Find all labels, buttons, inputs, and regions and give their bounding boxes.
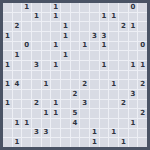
- cell-r11c8[interactable]: [80, 109, 89, 118]
- cell-r14c14[interactable]: [138, 138, 147, 147]
- cell-r2c0[interactable]: [3, 22, 12, 31]
- cell-r6c3-clue-3[interactable]: 3: [32, 61, 41, 70]
- cell-r4c12[interactable]: [119, 42, 128, 51]
- cell-r10c10[interactable]: [100, 100, 109, 109]
- cell-r2c8[interactable]: [80, 22, 89, 31]
- cell-r0c2-clue-1[interactable]: 1: [22, 3, 31, 12]
- cell-r7c6[interactable]: [61, 71, 70, 80]
- cell-r0c13-clue-0[interactable]: 0: [129, 3, 138, 12]
- cell-r6c2[interactable]: [22, 61, 31, 70]
- cell-r1c14[interactable]: [138, 13, 147, 22]
- cell-r8c0-clue-1[interactable]: 1: [3, 80, 12, 89]
- cell-r10c8-clue-3[interactable]: 3: [80, 100, 89, 109]
- cell-r1c6[interactable]: [61, 13, 70, 22]
- cell-r12c12[interactable]: [119, 119, 128, 128]
- cell-r2c13-clue-1[interactable]: 1: [129, 22, 138, 31]
- cell-r6c14-clue-1[interactable]: 1: [138, 61, 147, 70]
- cell-r10c2[interactable]: [22, 100, 31, 109]
- cell-r7c4[interactable]: [42, 71, 51, 80]
- cell-r11c9[interactable]: [90, 109, 99, 118]
- cell-r11c6[interactable]: [61, 109, 70, 118]
- cell-r13c11-clue-1[interactable]: 1: [109, 129, 118, 138]
- cell-r11c7-clue-5[interactable]: 5: [71, 109, 80, 118]
- cell-r6c8[interactable]: [80, 61, 89, 70]
- cell-r4c4[interactable]: [42, 42, 51, 51]
- cell-r0c0[interactable]: [3, 3, 12, 12]
- cell-r8c1-clue-4[interactable]: 4: [13, 80, 22, 89]
- cell-r5c1-clue-1[interactable]: 1: [13, 51, 22, 60]
- cell-r4c2-clue-0[interactable]: 0: [22, 42, 31, 51]
- cell-r12c8[interactable]: [80, 119, 89, 128]
- cell-r2c9[interactable]: [90, 22, 99, 31]
- cell-r2c6-clue-1[interactable]: 1: [61, 22, 70, 31]
- cell-r13c1[interactable]: [13, 129, 22, 138]
- cell-r12c3[interactable]: [32, 119, 41, 128]
- cell-r0c10[interactable]: [100, 3, 109, 12]
- cell-r6c11[interactable]: [109, 61, 118, 70]
- cell-r14c5[interactable]: [51, 138, 60, 147]
- cell-r1c1[interactable]: [13, 13, 22, 22]
- cell-r14c13[interactable]: [129, 138, 138, 147]
- cell-r10c0-clue-1[interactable]: 1: [3, 100, 12, 109]
- cell-r11c10[interactable]: [100, 109, 109, 118]
- cell-r13c14[interactable]: [138, 129, 147, 138]
- cell-r7c14[interactable]: [138, 71, 147, 80]
- cell-r13c3-clue-3[interactable]: 3: [32, 129, 41, 138]
- cell-r14c0[interactable]: [3, 138, 12, 147]
- cell-r7c13[interactable]: [129, 71, 138, 80]
- cell-r10c5-clue-1[interactable]: 1: [51, 100, 60, 109]
- cell-r5c8[interactable]: [80, 51, 89, 60]
- cell-r1c3-clue-1[interactable]: 1: [32, 13, 41, 22]
- cell-r0c11[interactable]: [109, 3, 118, 12]
- cell-r1c5-clue-1[interactable]: 1: [51, 13, 60, 22]
- cell-r10c9[interactable]: [90, 100, 99, 109]
- cell-r0c1[interactable]: [13, 3, 22, 12]
- cell-r3c13[interactable]: [129, 32, 138, 41]
- cell-r13c5[interactable]: [51, 129, 60, 138]
- cell-r8c10[interactable]: [100, 80, 109, 89]
- cell-r5c5[interactable]: [51, 51, 60, 60]
- cell-r0c3[interactable]: [32, 3, 41, 12]
- cell-r1c12[interactable]: [119, 13, 128, 22]
- cell-r0c8[interactable]: [80, 3, 89, 12]
- cell-r7c11[interactable]: [109, 71, 118, 80]
- cell-r4c14-clue-0[interactable]: 0: [138, 42, 147, 51]
- cell-r11c4-clue-1[interactable]: 1: [42, 109, 51, 118]
- cell-r3c6-clue-1[interactable]: 1: [61, 32, 70, 41]
- cell-r1c9[interactable]: [90, 13, 99, 22]
- cell-r5c9[interactable]: [90, 51, 99, 60]
- cell-r10c12-clue-2[interactable]: 2: [119, 100, 128, 109]
- cell-r9c9[interactable]: [90, 90, 99, 99]
- cell-r12c11[interactable]: [109, 119, 118, 128]
- cell-r9c3[interactable]: [32, 90, 41, 99]
- cell-r6c1[interactable]: [13, 61, 22, 70]
- cell-r3c3[interactable]: [32, 32, 41, 41]
- cell-r11c12[interactable]: [119, 109, 128, 118]
- cell-r5c12[interactable]: [119, 51, 128, 60]
- cell-r7c2[interactable]: [22, 71, 31, 80]
- cell-r4c6[interactable]: [61, 42, 70, 51]
- cell-r9c12[interactable]: [119, 90, 128, 99]
- cell-r7c12[interactable]: [119, 71, 128, 80]
- cell-r14c1-clue-1[interactable]: 1: [13, 138, 22, 147]
- cell-r5c14[interactable]: [138, 51, 147, 60]
- cell-r14c6[interactable]: [61, 138, 70, 147]
- cell-r12c5[interactable]: [51, 119, 60, 128]
- cell-r13c8[interactable]: [80, 129, 89, 138]
- cell-r11c14-clue-2[interactable]: 2: [138, 109, 147, 118]
- cell-r3c14[interactable]: [138, 32, 147, 41]
- cell-r12c10[interactable]: [100, 119, 109, 128]
- cell-r4c10-clue-1[interactable]: 1: [100, 42, 109, 51]
- cell-r9c2[interactable]: [22, 90, 31, 99]
- cell-r12c4[interactable]: [42, 119, 51, 128]
- cell-r12c1-clue-1[interactable]: 1: [13, 119, 22, 128]
- cell-r6c5-clue-1[interactable]: 1: [51, 61, 60, 70]
- cell-r3c0-clue-1[interactable]: 1: [3, 32, 12, 41]
- cell-r10c7[interactable]: [71, 100, 80, 109]
- cell-r3c12[interactable]: [119, 32, 128, 41]
- cell-r13c0[interactable]: [3, 129, 12, 138]
- cell-r12c9[interactable]: [90, 119, 99, 128]
- cell-r9c14[interactable]: [138, 90, 147, 99]
- cell-r14c9-clue-1[interactable]: 1: [90, 138, 99, 147]
- cell-r2c1-clue-2[interactable]: 2: [13, 22, 22, 31]
- cell-r13c7[interactable]: [71, 129, 80, 138]
- cell-r2c5[interactable]: [51, 22, 60, 31]
- cell-r10c4[interactable]: [42, 100, 51, 109]
- cell-r9c0[interactable]: [3, 90, 12, 99]
- cell-r1c11-clue-1[interactable]: 1: [109, 13, 118, 22]
- cell-r6c12[interactable]: [119, 61, 128, 70]
- cell-r11c5-clue-1[interactable]: 1: [51, 109, 60, 118]
- cell-r13c12[interactable]: [119, 129, 128, 138]
- cell-r3c1[interactable]: [13, 32, 22, 41]
- cell-r6c6[interactable]: [61, 61, 70, 70]
- cell-r4c0[interactable]: [3, 42, 12, 51]
- cell-r3c4[interactable]: [42, 32, 51, 41]
- cell-r5c11[interactable]: [109, 51, 118, 60]
- cell-r5c6-clue-1[interactable]: 1: [61, 51, 70, 60]
- cell-r7c10[interactable]: [100, 71, 109, 80]
- cell-r8c3[interactable]: [32, 80, 41, 89]
- cell-r0c9[interactable]: [90, 3, 99, 12]
- cell-r1c4[interactable]: [42, 13, 51, 22]
- cell-r2c14[interactable]: [138, 22, 147, 31]
- cell-r5c10[interactable]: [100, 51, 109, 60]
- cell-r14c12-clue-1[interactable]: 1: [119, 138, 128, 147]
- cell-r5c2[interactable]: [22, 51, 31, 60]
- cell-r8c5[interactable]: [51, 80, 60, 89]
- cell-r7c9[interactable]: [90, 71, 99, 80]
- cell-r14c11[interactable]: [109, 138, 118, 147]
- cell-r8c7[interactable]: [71, 80, 80, 89]
- cell-r12c6[interactable]: [61, 119, 70, 128]
- cell-r8c6[interactable]: [61, 80, 70, 89]
- cell-r5c13[interactable]: [129, 51, 138, 60]
- cell-r9c11[interactable]: [109, 90, 118, 99]
- cell-r14c8[interactable]: [80, 138, 89, 147]
- cell-r10c14[interactable]: [138, 100, 147, 109]
- cell-r1c13[interactable]: [129, 13, 138, 22]
- cell-r8c4-clue-1[interactable]: 1: [42, 80, 51, 89]
- cell-r6c9[interactable]: [90, 61, 99, 70]
- cell-r3c9-clue-3[interactable]: 3: [90, 32, 99, 41]
- cell-r13c6[interactable]: [61, 129, 70, 138]
- cell-r4c1[interactable]: [13, 42, 22, 51]
- cell-r0c7[interactable]: [71, 3, 80, 12]
- cell-r14c10[interactable]: [100, 138, 109, 147]
- cell-r3c10-clue-3[interactable]: 3: [100, 32, 109, 41]
- cell-r12c7-clue-4[interactable]: 4: [71, 119, 80, 128]
- cell-r2c7[interactable]: [71, 22, 80, 31]
- cell-r8c13[interactable]: [129, 80, 138, 89]
- cell-r9c7-clue-2[interactable]: 2: [71, 90, 80, 99]
- cell-r13c2[interactable]: [22, 129, 31, 138]
- cell-r8c2[interactable]: [22, 80, 31, 89]
- cell-r11c3[interactable]: [32, 109, 41, 118]
- cell-r6c10-clue-1[interactable]: 1: [100, 61, 109, 70]
- cell-r11c11[interactable]: [109, 109, 118, 118]
- cell-r9c8[interactable]: [80, 90, 89, 99]
- cell-r13c4-clue-3[interactable]: 3: [42, 129, 51, 138]
- cell-r4c13[interactable]: [129, 42, 138, 51]
- puzzle-board: 1101111212111330111011131111141212231213…: [0, 0, 150, 150]
- cell-r4c7[interactable]: [71, 42, 80, 51]
- cell-r11c13[interactable]: [129, 109, 138, 118]
- cell-r13c13[interactable]: [129, 129, 138, 138]
- cell-r5c7[interactable]: [71, 51, 80, 60]
- cell-r2c3[interactable]: [32, 22, 41, 31]
- cell-r11c2[interactable]: [22, 109, 31, 118]
- cell-r7c8[interactable]: [80, 71, 89, 80]
- cell-r9c5[interactable]: [51, 90, 60, 99]
- cell-r4c9[interactable]: [90, 42, 99, 51]
- cell-r4c5-clue-1[interactable]: 1: [51, 42, 60, 51]
- cell-r3c2[interactable]: [22, 32, 31, 41]
- cell-r12c13-clue-1[interactable]: 1: [129, 119, 138, 128]
- cell-r1c0[interactable]: [3, 13, 12, 22]
- cell-r3c5[interactable]: [51, 32, 60, 41]
- cell-r0c4[interactable]: [42, 3, 51, 12]
- cell-r8c14-clue-2[interactable]: 2: [138, 80, 147, 89]
- cell-r2c2[interactable]: [22, 22, 31, 31]
- cell-r9c13-clue-3[interactable]: 3: [129, 90, 138, 99]
- cell-r2c12-clue-2[interactable]: 2: [119, 22, 128, 31]
- cell-r9c6[interactable]: [61, 90, 70, 99]
- cell-r6c7[interactable]: [71, 61, 80, 70]
- cell-r8c9[interactable]: [90, 80, 99, 89]
- cell-r5c4[interactable]: [42, 51, 51, 60]
- cell-r14c4[interactable]: [42, 138, 51, 147]
- cell-r6c13-clue-1[interactable]: 1: [129, 61, 138, 70]
- cell-r8c12[interactable]: [119, 80, 128, 89]
- cell-r13c10[interactable]: [100, 129, 109, 138]
- cell-r10c1[interactable]: [13, 100, 22, 109]
- cell-r3c11[interactable]: [109, 32, 118, 41]
- cell-r3c7[interactable]: [71, 32, 80, 41]
- cell-r10c11[interactable]: [109, 100, 118, 109]
- cell-r6c4[interactable]: [42, 61, 51, 70]
- cell-r7c7[interactable]: [71, 71, 80, 80]
- cell-r1c7[interactable]: [71, 13, 80, 22]
- cell-r0c5-clue-1[interactable]: 1: [51, 3, 60, 12]
- cell-r7c0[interactable]: [3, 71, 12, 80]
- cell-r1c8[interactable]: [80, 13, 89, 22]
- cell-r7c1[interactable]: [13, 71, 22, 80]
- cell-r11c1[interactable]: [13, 109, 22, 118]
- cell-r1c2[interactable]: [22, 13, 31, 22]
- cell-r10c6[interactable]: [61, 100, 70, 109]
- cell-r4c8-clue-1[interactable]: 1: [80, 42, 89, 51]
- cell-r9c10[interactable]: [100, 90, 109, 99]
- cell-r14c2[interactable]: [22, 138, 31, 147]
- cell-r2c11[interactable]: [109, 22, 118, 31]
- cell-r8c11-clue-1[interactable]: 1: [109, 80, 118, 89]
- cell-r4c3[interactable]: [32, 42, 41, 51]
- cell-r7c5[interactable]: [51, 71, 60, 80]
- cell-r3c8[interactable]: [80, 32, 89, 41]
- cell-r14c3[interactable]: [32, 138, 41, 147]
- cell-r10c13[interactable]: [129, 100, 138, 109]
- cell-r8c8-clue-2[interactable]: 2: [80, 80, 89, 89]
- cell-r12c14[interactable]: [138, 119, 147, 128]
- cell-r2c4[interactable]: [42, 22, 51, 31]
- cell-r0c12[interactable]: [119, 3, 128, 12]
- cell-r7c3[interactable]: [32, 71, 41, 80]
- cell-r4c11[interactable]: [109, 42, 118, 51]
- cell-r2c10[interactable]: [100, 22, 109, 31]
- cell-r13c9-clue-1[interactable]: 1: [90, 129, 99, 138]
- cell-r0c14[interactable]: [138, 3, 147, 12]
- cell-r0c6[interactable]: [61, 3, 70, 12]
- cell-r10c3-clue-2[interactable]: 2: [32, 100, 41, 109]
- cell-r9c4[interactable]: [42, 90, 51, 99]
- cell-r14c7[interactable]: [71, 138, 80, 147]
- cell-r11c0[interactable]: [3, 109, 12, 118]
- cell-r5c0[interactable]: [3, 51, 12, 60]
- cell-r5c3[interactable]: [32, 51, 41, 60]
- cell-r6c0-clue-1[interactable]: 1: [3, 61, 12, 70]
- cell-r12c2-clue-1[interactable]: 1: [22, 119, 31, 128]
- cell-r1c10-clue-1[interactable]: 1: [100, 13, 109, 22]
- cell-r9c1[interactable]: [13, 90, 22, 99]
- cell-r12c0[interactable]: [3, 119, 12, 128]
